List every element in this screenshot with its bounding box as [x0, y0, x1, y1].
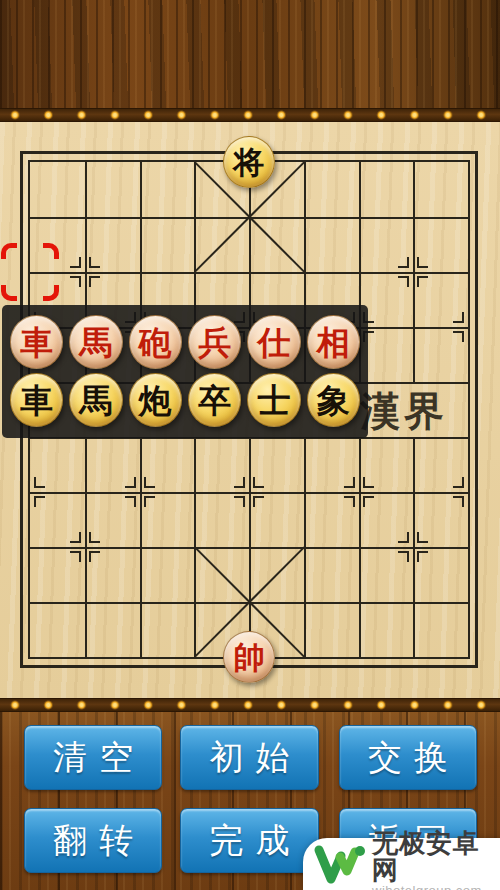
palette-piece-black[interactable]: 士 — [247, 373, 300, 427]
logo-domain: wjhotelgroup.com — [372, 884, 500, 890]
point-marker — [15, 477, 45, 507]
point-marker — [234, 477, 264, 507]
done-button[interactable]: 完成 — [180, 808, 319, 873]
flip-button[interactable]: 翻转 — [24, 808, 162, 873]
logo-texts: 无极安卓网 wjhotelgroup.com — [372, 830, 500, 890]
palette-piece-red[interactable]: 砲 — [129, 315, 182, 369]
palette-piece-black[interactable]: 卒 — [188, 373, 241, 427]
point-marker — [70, 257, 100, 287]
screen: 漢界 将帥 車馬砲兵仕相 車馬炮卒士象 清空 初始 交换 翻转 完成 返回 无极… — [0, 0, 500, 890]
board-piece-red[interactable]: 帥 — [223, 631, 275, 683]
initial-button[interactable]: 初始 — [180, 725, 319, 790]
logo-w-icon — [313, 843, 365, 885]
rivet-strip-top — [0, 108, 500, 122]
palette-piece-red[interactable]: 兵 — [188, 315, 241, 369]
palette-piece-red[interactable]: 仕 — [247, 315, 300, 369]
board-piece-black[interactable]: 将 — [223, 136, 275, 188]
palette-piece-red[interactable]: 車 — [10, 315, 63, 369]
palette-piece-black[interactable]: 馬 — [69, 373, 122, 427]
swap-button[interactable]: 交换 — [339, 725, 477, 790]
point-marker — [70, 532, 100, 562]
clear-button[interactable]: 清空 — [24, 725, 162, 790]
palette-piece-black[interactable]: 象 — [307, 373, 360, 427]
palette-piece-red[interactable]: 相 — [307, 315, 360, 369]
palette-piece-black[interactable]: 炮 — [129, 373, 182, 427]
watermark-logo: 无极安卓网 wjhotelgroup.com — [303, 838, 500, 890]
point-marker — [398, 257, 428, 287]
point-marker — [344, 477, 374, 507]
point-marker — [125, 477, 155, 507]
palette-row-black: 車馬炮卒士象 — [10, 373, 360, 427]
logo-site-name: 无极安卓网 — [372, 830, 500, 885]
piece-palette-panel: 車馬砲兵仕相 車馬炮卒士象 — [2, 305, 368, 438]
point-marker — [398, 532, 428, 562]
selection-marker — [1, 243, 59, 301]
palette-row-red: 車馬砲兵仕相 — [10, 315, 360, 369]
river-label: 漢界 — [360, 384, 448, 439]
palette-piece-black[interactable]: 車 — [10, 373, 63, 427]
rivet-strip-bottom — [0, 698, 500, 712]
palette-piece-red[interactable]: 馬 — [69, 315, 122, 369]
point-marker — [453, 477, 483, 507]
top-wood-panel — [0, 0, 500, 108]
point-marker — [453, 312, 483, 342]
